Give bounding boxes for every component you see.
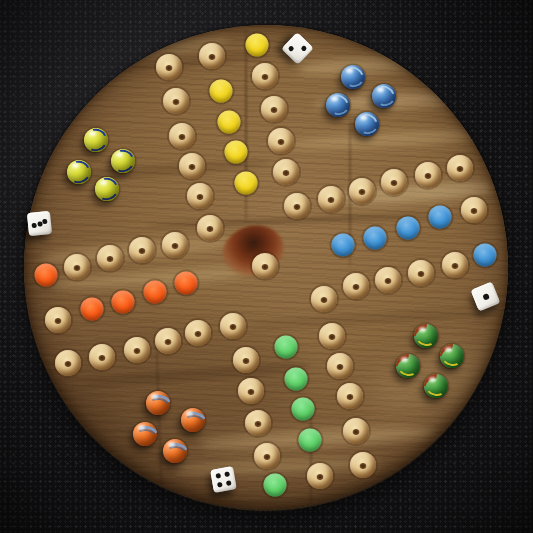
wood-grain-streak <box>290 128 485 151</box>
game-board <box>24 25 508 509</box>
wood-plank-seam <box>155 330 163 502</box>
wood-grain-streak <box>200 424 436 452</box>
wood-grain-streak <box>40 235 236 267</box>
wood-grain-streak <box>118 50 273 73</box>
wood-grain-streak <box>52 264 257 292</box>
wood-plank-seam <box>310 398 312 509</box>
wood-grain-streak <box>315 88 500 112</box>
wood-grain-streak <box>298 48 494 78</box>
wood-plank-seam <box>349 118 351 268</box>
table-background <box>0 0 533 533</box>
wood-grain-streak <box>175 456 380 476</box>
wood-grain-streak <box>54 308 306 462</box>
wood-grain-streak <box>255 309 490 328</box>
wood-plank-seam <box>245 28 247 223</box>
wood-grain-streak <box>362 333 504 430</box>
wood-grain-streak <box>120 32 231 61</box>
wood-grain-streak <box>148 213 433 228</box>
wood-knot <box>216 218 290 285</box>
wood-grain-streak <box>85 362 310 387</box>
wood-grain-streak <box>338 179 494 208</box>
wood-grain-streak <box>66 159 271 181</box>
